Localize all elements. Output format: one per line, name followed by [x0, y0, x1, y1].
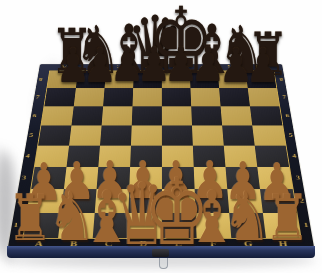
rank-label-6-right: 6: [285, 113, 290, 118]
rank-label-7-right: 7: [282, 94, 287, 99]
rank-label-5-right: 5: [288, 132, 293, 138]
square-g6[interactable]: [221, 106, 253, 125]
square-h6[interactable]: [250, 106, 282, 125]
piece-white-rook-a1[interactable]: ♜: [7, 186, 53, 250]
rank-label-5-left: 5: [29, 132, 34, 138]
rank-label-7-left: 7: [36, 94, 41, 99]
background: ABCDEFGHABCDEFGH8765432187654321 ♜♞♝♛♚♝♞…: [0, 0, 322, 273]
square-e5[interactable]: [162, 125, 193, 145]
rank-label-6-left: 6: [32, 113, 37, 118]
square-d6[interactable]: [132, 106, 162, 125]
square-a5[interactable]: [38, 125, 71, 145]
square-b6[interactable]: [71, 106, 103, 125]
piece-black-pawn-h7[interactable]: ♟: [246, 41, 280, 89]
square-h5[interactable]: [252, 125, 285, 145]
square-c5[interactable]: [100, 125, 132, 145]
square-f5[interactable]: [192, 125, 224, 145]
square-d5[interactable]: [131, 125, 162, 145]
rank-label-8-left: 8: [39, 77, 43, 82]
piece-white-king-e1[interactable]: ♚: [144, 167, 210, 259]
piece-black-pawn-b7[interactable]: ♟: [83, 41, 117, 89]
rank-label-3-right: 3: [295, 174, 300, 180]
square-f6[interactable]: [191, 106, 222, 125]
square-c6[interactable]: [102, 106, 133, 125]
square-a6[interactable]: [41, 106, 73, 125]
square-g5[interactable]: [222, 125, 255, 145]
square-b5[interactable]: [69, 125, 102, 145]
square-e6[interactable]: [162, 106, 192, 125]
